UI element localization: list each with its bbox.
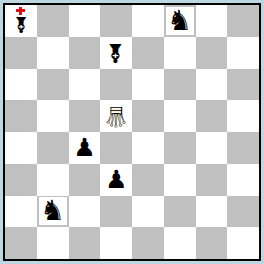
square-g1[interactable] [196, 227, 228, 259]
black-knight: ♞ [40, 197, 65, 225]
square-b6[interactable] [37, 69, 69, 101]
square-c4[interactable]: ♟ [69, 132, 101, 164]
square-a3[interactable] [5, 164, 37, 196]
square-e6[interactable] [132, 69, 164, 101]
black-knight: ♞ [167, 7, 192, 35]
square-g7[interactable] [196, 37, 228, 69]
square-e2[interactable] [132, 196, 164, 228]
square-d1[interactable] [100, 227, 132, 259]
square-b3[interactable] [37, 164, 69, 196]
square-d2[interactable] [100, 196, 132, 228]
square-e1[interactable] [132, 227, 164, 259]
square-g3[interactable] [196, 164, 228, 196]
square-f7[interactable] [164, 37, 196, 69]
square-e8[interactable] [132, 5, 164, 37]
chess-board: ♝♞♝♛♕♟♟♞ [5, 5, 259, 259]
square-h4[interactable] [227, 132, 259, 164]
square-a5[interactable] [5, 100, 37, 132]
square-d3[interactable]: ♟ [100, 164, 132, 196]
square-b8[interactable] [37, 5, 69, 37]
square-c3[interactable] [69, 164, 101, 196]
square-b4[interactable] [37, 132, 69, 164]
piece-tile: ♟ [70, 134, 98, 162]
square-c2[interactable] [69, 196, 101, 228]
black-pawn: ♟ [105, 167, 127, 192]
square-a2[interactable] [5, 196, 37, 228]
square-h1[interactable] [227, 227, 259, 259]
square-a7[interactable] [5, 37, 37, 69]
square-h8[interactable] [227, 5, 259, 37]
piece-tile: ♞ [166, 7, 194, 35]
square-e3[interactable] [132, 164, 164, 196]
square-f4[interactable] [164, 132, 196, 164]
piece-tile: ♛♕ [102, 102, 130, 130]
board-outer-border: ♝♞♝♛♕♟♟♞ [0, 0, 264, 264]
square-d8[interactable] [100, 5, 132, 37]
square-f8[interactable]: ♞ [164, 5, 196, 37]
black-pawn: ♟ [73, 135, 95, 160]
square-c8[interactable] [69, 5, 101, 37]
square-h3[interactable] [227, 164, 259, 196]
piece-tile: ♟ [102, 166, 130, 194]
square-b2[interactable]: ♞ [37, 196, 69, 228]
queen-outline: ♕ [102, 102, 130, 130]
square-e4[interactable] [132, 132, 164, 164]
square-h5[interactable] [227, 100, 259, 132]
square-g4[interactable] [196, 132, 228, 164]
square-c5[interactable] [69, 100, 101, 132]
piece-tile: ♝ [102, 39, 130, 67]
black-bishop-rotated: ♝ [104, 40, 127, 66]
square-e5[interactable] [132, 100, 164, 132]
square-g2[interactable] [196, 196, 228, 228]
square-a4[interactable] [5, 132, 37, 164]
square-a8[interactable]: ♝ [5, 5, 37, 37]
square-d7[interactable]: ♝ [100, 37, 132, 69]
board-frame: ♝♞♝♛♕♟♟♞ [3, 3, 261, 261]
square-c7[interactable] [69, 37, 101, 69]
square-a1[interactable] [5, 227, 37, 259]
square-h6[interactable] [227, 69, 259, 101]
square-b1[interactable] [37, 227, 69, 259]
square-h7[interactable] [227, 37, 259, 69]
square-b5[interactable] [37, 100, 69, 132]
black-bishop-rotated: ♝ [11, 13, 31, 35]
white-queen-rotated: ♛♕ [102, 102, 130, 130]
piece-tile: ♞ [39, 197, 67, 225]
square-g5[interactable] [196, 100, 228, 132]
square-f3[interactable] [164, 164, 196, 196]
square-c6[interactable] [69, 69, 101, 101]
square-h2[interactable] [227, 196, 259, 228]
square-f5[interactable] [164, 100, 196, 132]
square-f2[interactable] [164, 196, 196, 228]
square-f1[interactable] [164, 227, 196, 259]
square-f6[interactable] [164, 69, 196, 101]
square-b7[interactable] [37, 37, 69, 69]
square-g8[interactable] [196, 5, 228, 37]
square-c1[interactable] [69, 227, 101, 259]
square-d6[interactable] [100, 69, 132, 101]
square-d4[interactable] [100, 132, 132, 164]
square-g6[interactable] [196, 69, 228, 101]
piece-tile: ♝ [7, 7, 35, 35]
square-d5[interactable]: ♛♕ [100, 100, 132, 132]
square-a6[interactable] [5, 69, 37, 101]
square-e7[interactable] [132, 37, 164, 69]
